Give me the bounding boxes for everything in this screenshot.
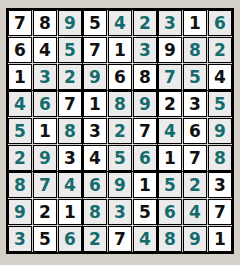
sudoku-cell-r8c5[interactable]: 3: [108, 199, 132, 225]
sudoku-cell-r7c2[interactable]: 7: [33, 172, 57, 198]
sudoku-cell-r6c4[interactable]: 4: [83, 145, 107, 171]
sudoku-cell-r9c3[interactable]: 6: [58, 226, 82, 252]
page: 7896451325427139683169827544675182931893…: [0, 0, 240, 265]
sudoku-cell-r2c3[interactable]: 5: [58, 37, 82, 63]
sudoku-cell-r8c9[interactable]: 7: [208, 199, 232, 225]
sudoku-box-6: 235469178: [158, 91, 232, 171]
sudoku-cell-r4c8[interactable]: 3: [183, 91, 207, 117]
sudoku-cell-r1c4[interactable]: 5: [83, 10, 107, 36]
sudoku-box-4: 467518293: [8, 91, 82, 171]
sudoku-cell-r8c6[interactable]: 5: [133, 199, 157, 225]
sudoku-cell-r7c1[interactable]: 8: [8, 172, 32, 198]
sudoku-cell-r5c9[interactable]: 9: [208, 118, 232, 144]
sudoku-cell-r9c5[interactable]: 7: [108, 226, 132, 252]
sudoku-cell-r7c7[interactable]: 5: [158, 172, 182, 198]
sudoku-cell-r3c7[interactable]: 7: [158, 64, 182, 90]
sudoku-cell-r5c1[interactable]: 5: [8, 118, 32, 144]
sudoku-cell-r1c6[interactable]: 2: [133, 10, 157, 36]
sudoku-box-2: 542713968: [83, 10, 157, 90]
sudoku-box-1: 789645132: [8, 10, 82, 90]
sudoku-cell-r5c2[interactable]: 1: [33, 118, 57, 144]
sudoku-cell-r3c9[interactable]: 4: [208, 64, 232, 90]
sudoku-cell-r4c4[interactable]: 1: [83, 91, 107, 117]
sudoku-cell-r6c6[interactable]: 6: [133, 145, 157, 171]
sudoku-cell-r9c4[interactable]: 2: [83, 226, 107, 252]
sudoku-cell-r5c6[interactable]: 7: [133, 118, 157, 144]
sudoku-cell-r7c9[interactable]: 3: [208, 172, 232, 198]
sudoku-cell-r4c6[interactable]: 9: [133, 91, 157, 117]
sudoku-cell-r2c6[interactable]: 3: [133, 37, 157, 63]
sudoku-cell-r1c3[interactable]: 9: [58, 10, 82, 36]
sudoku-cell-r9c6[interactable]: 4: [133, 226, 157, 252]
sudoku-cell-r4c9[interactable]: 5: [208, 91, 232, 117]
sudoku-cell-r7c6[interactable]: 1: [133, 172, 157, 198]
sudoku-cell-r3c8[interactable]: 5: [183, 64, 207, 90]
sudoku-cell-r1c2[interactable]: 8: [33, 10, 57, 36]
sudoku-cell-r4c7[interactable]: 2: [158, 91, 182, 117]
sudoku-cell-r5c5[interactable]: 2: [108, 118, 132, 144]
sudoku-cell-r9c7[interactable]: 8: [158, 226, 182, 252]
sudoku-cell-r5c8[interactable]: 6: [183, 118, 207, 144]
sudoku-cell-r6c7[interactable]: 1: [158, 145, 182, 171]
sudoku-cell-r2c5[interactable]: 1: [108, 37, 132, 63]
sudoku-box-7: 874921356: [8, 172, 82, 252]
sudoku-cell-r8c4[interactable]: 8: [83, 199, 107, 225]
sudoku-cell-r8c7[interactable]: 6: [158, 199, 182, 225]
sudoku-box-9: 523647891: [158, 172, 232, 252]
sudoku-cell-r7c8[interactable]: 2: [183, 172, 207, 198]
sudoku-cell-r3c3[interactable]: 2: [58, 64, 82, 90]
sudoku-cell-r1c8[interactable]: 1: [183, 10, 207, 36]
sudoku-cell-r9c2[interactable]: 5: [33, 226, 57, 252]
sudoku-cell-r1c7[interactable]: 3: [158, 10, 182, 36]
sudoku-cell-r7c4[interactable]: 6: [83, 172, 107, 198]
sudoku-cell-r6c9[interactable]: 8: [208, 145, 232, 171]
sudoku-box-8: 691835274: [83, 172, 157, 252]
sudoku-board: 7896451325427139683169827544675182931893…: [6, 8, 234, 254]
sudoku-cell-r5c3[interactable]: 8: [58, 118, 82, 144]
sudoku-cell-r6c5[interactable]: 5: [108, 145, 132, 171]
sudoku-cell-r7c5[interactable]: 9: [108, 172, 132, 198]
sudoku-cell-r6c3[interactable]: 3: [58, 145, 82, 171]
sudoku-cell-r3c2[interactable]: 3: [33, 64, 57, 90]
sudoku-cell-r8c3[interactable]: 1: [58, 199, 82, 225]
sudoku-cell-r2c4[interactable]: 7: [83, 37, 107, 63]
sudoku-cell-r3c6[interactable]: 8: [133, 64, 157, 90]
sudoku-cell-r2c7[interactable]: 9: [158, 37, 182, 63]
sudoku-cell-r2c2[interactable]: 4: [33, 37, 57, 63]
sudoku-cell-r6c2[interactable]: 9: [33, 145, 57, 171]
sudoku-cell-r2c9[interactable]: 2: [208, 37, 232, 63]
sudoku-cell-r8c8[interactable]: 4: [183, 199, 207, 225]
sudoku-cell-r4c1[interactable]: 4: [8, 91, 32, 117]
sudoku-cell-r5c7[interactable]: 4: [158, 118, 182, 144]
sudoku-cell-r7c3[interactable]: 4: [58, 172, 82, 198]
sudoku-cell-r3c1[interactable]: 1: [8, 64, 32, 90]
sudoku-cell-r9c8[interactable]: 9: [183, 226, 207, 252]
sudoku-cell-r6c1[interactable]: 2: [8, 145, 32, 171]
sudoku-cell-r1c9[interactable]: 6: [208, 10, 232, 36]
sudoku-cell-r3c5[interactable]: 6: [108, 64, 132, 90]
sudoku-cell-r9c9[interactable]: 1: [208, 226, 232, 252]
sudoku-cell-r1c1[interactable]: 7: [8, 10, 32, 36]
sudoku-cell-r3c4[interactable]: 9: [83, 64, 107, 90]
sudoku-cell-r2c1[interactable]: 6: [8, 37, 32, 63]
sudoku-cell-r6c8[interactable]: 7: [183, 145, 207, 171]
sudoku-box-5: 189327456: [83, 91, 157, 171]
sudoku-cell-r4c2[interactable]: 6: [33, 91, 57, 117]
sudoku-cell-r9c1[interactable]: 3: [8, 226, 32, 252]
sudoku-cell-r5c4[interactable]: 3: [83, 118, 107, 144]
sudoku-cell-r2c8[interactable]: 8: [183, 37, 207, 63]
sudoku-box-3: 316982754: [158, 10, 232, 90]
sudoku-cell-r4c3[interactable]: 7: [58, 91, 82, 117]
sudoku-cell-r8c2[interactable]: 2: [33, 199, 57, 225]
sudoku-cell-r1c5[interactable]: 4: [108, 10, 132, 36]
sudoku-cell-r8c1[interactable]: 9: [8, 199, 32, 225]
sudoku-cell-r4c5[interactable]: 8: [108, 91, 132, 117]
